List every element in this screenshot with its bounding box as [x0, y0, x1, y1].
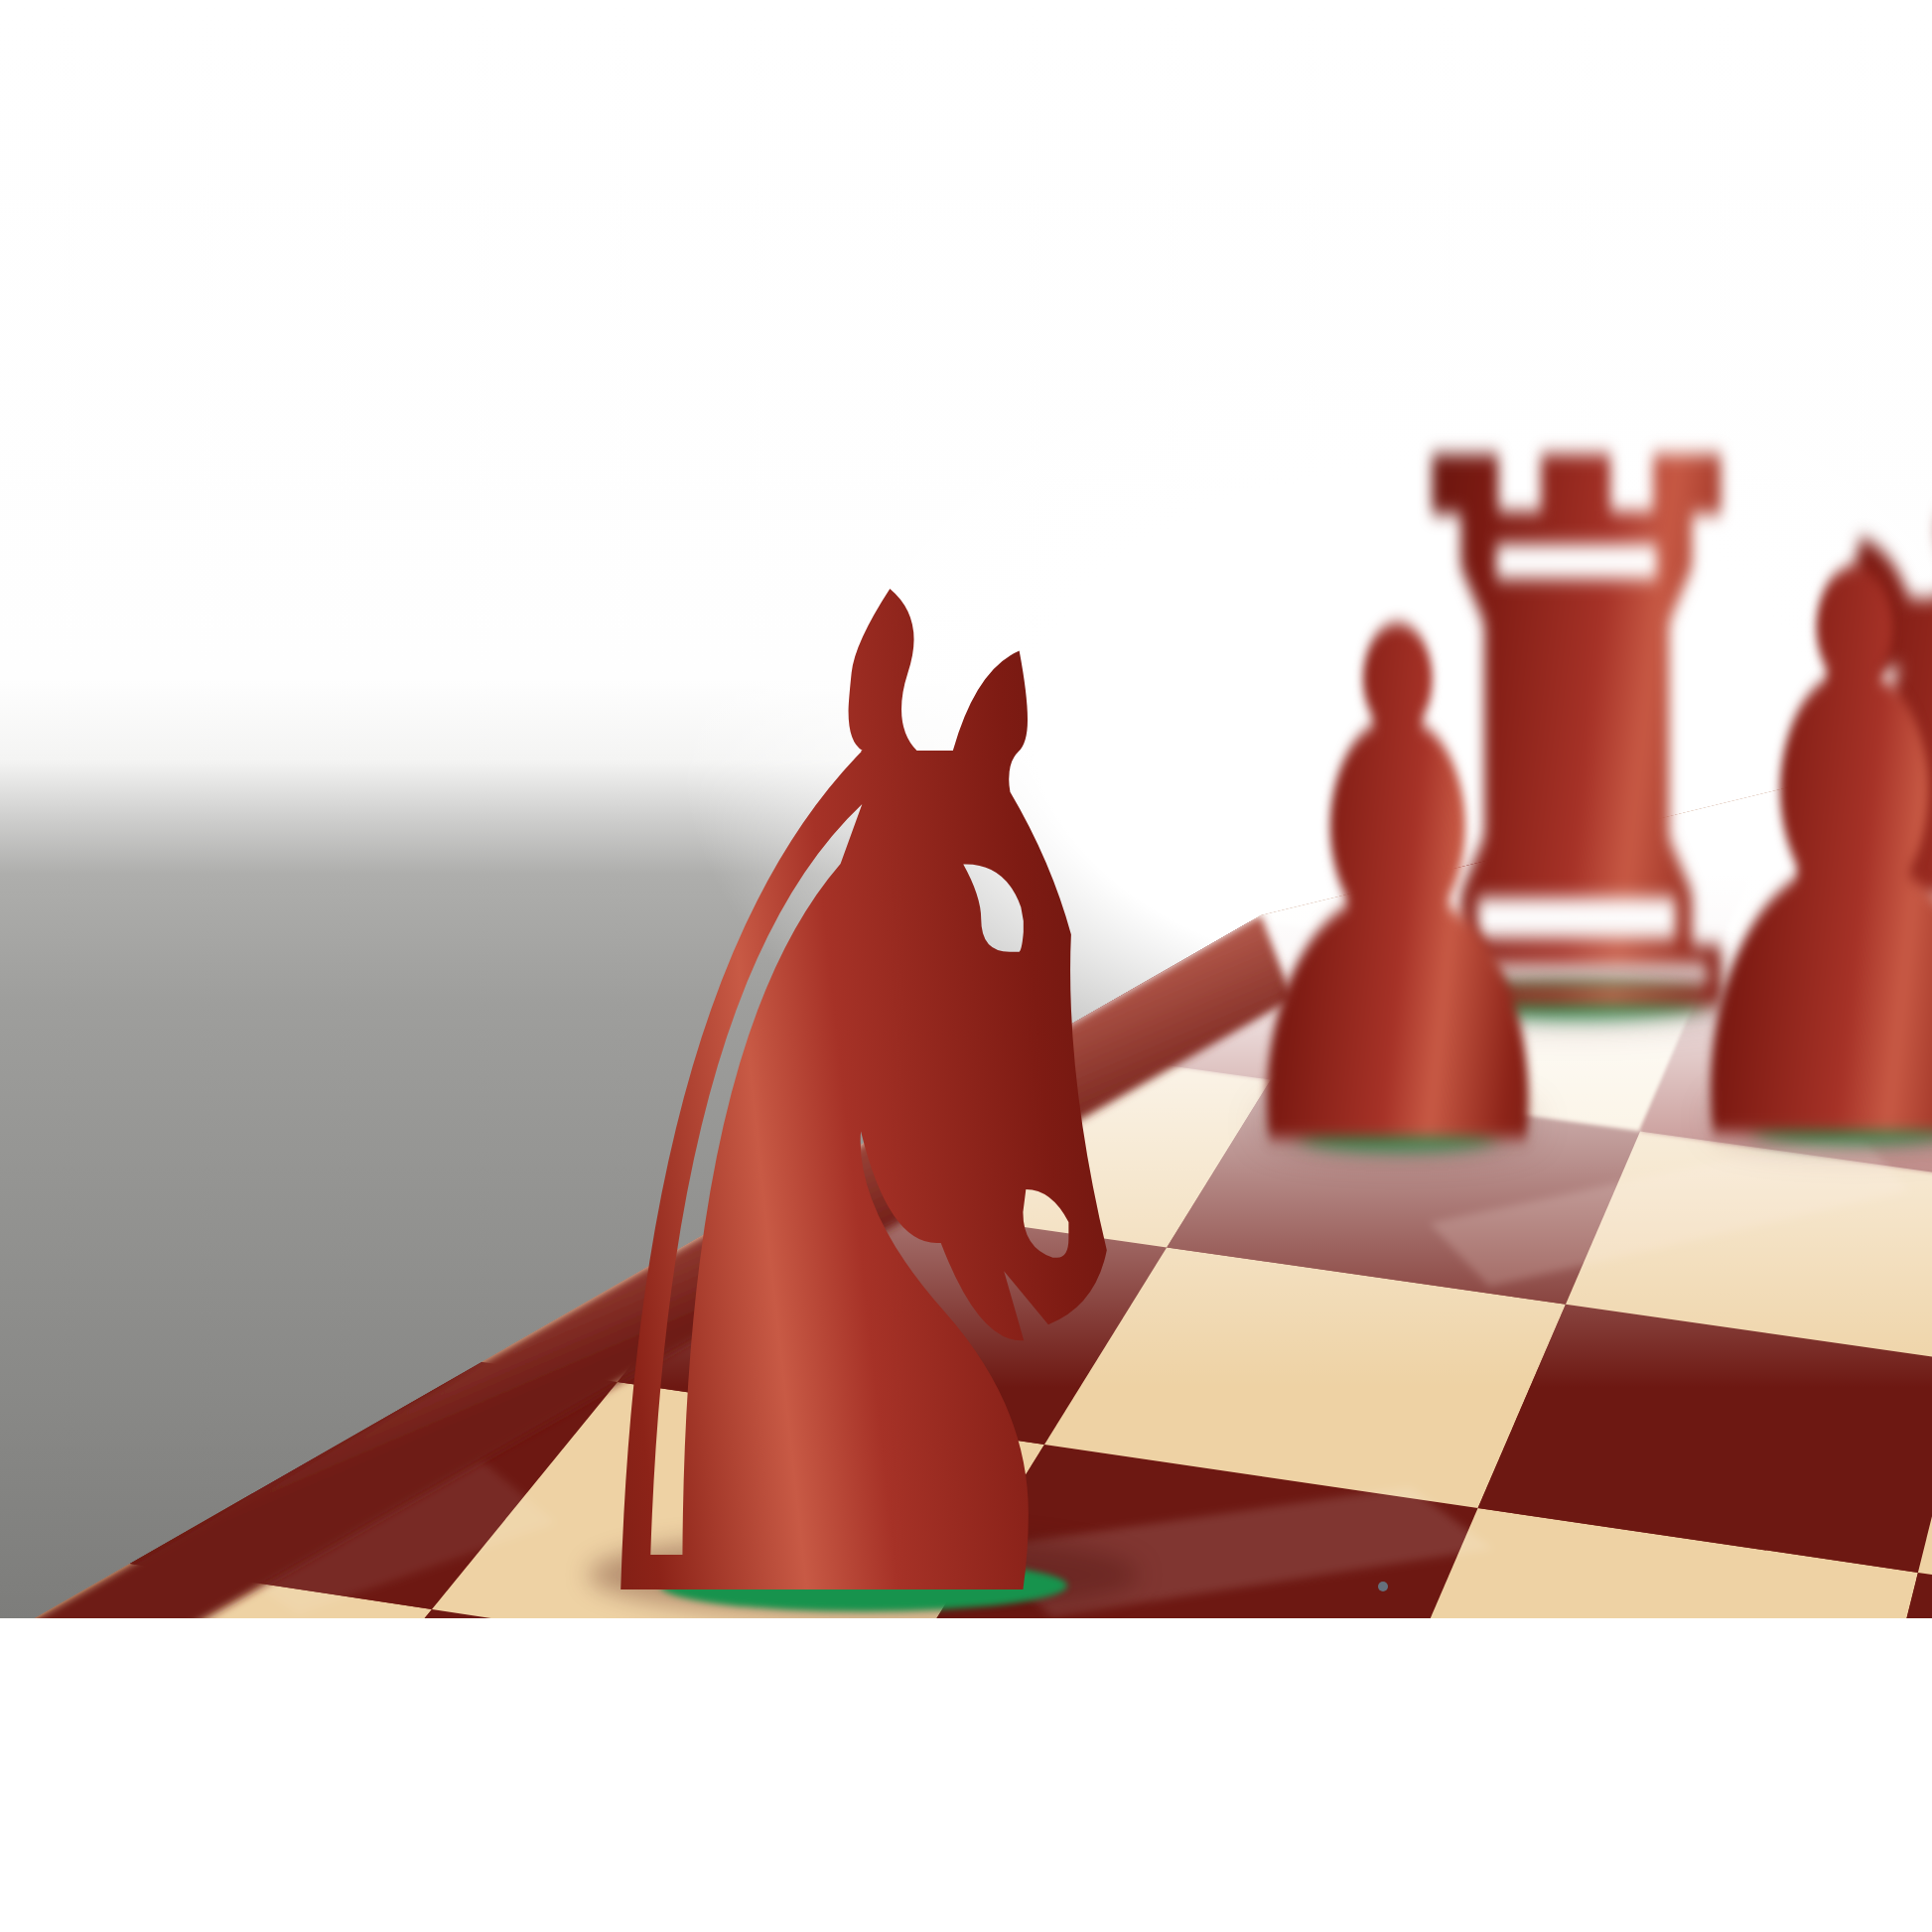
letterbox-bottom — [0, 1618, 1932, 1932]
knight-foreground[interactable]: ♞ — [483, 430, 1244, 1618]
pawn-right-bg[interactable]: ♟ — [1639, 477, 1932, 1251]
chess-product-photo: ♞♜♟♟♞ — [0, 0, 1932, 1932]
pawn-left-bg[interactable]: ♟ — [1202, 541, 1594, 1246]
photo-area: ♞♜♟♟♞ — [0, 0, 1932, 1618]
